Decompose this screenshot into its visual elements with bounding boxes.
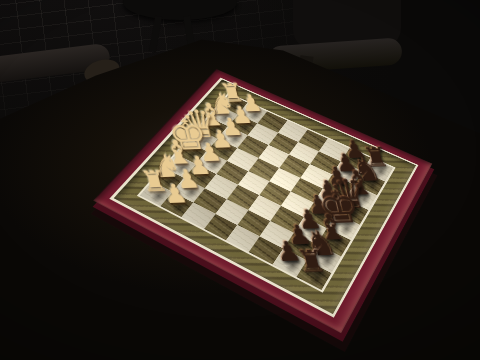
board-perspective-wrapper: ♜♞♝♚♛♝♞♜♟♟♟♟♟♟♟♟♟♟♟♟♟♟♟♟♜♞♝♚♛♝♞♜ xyxy=(0,0,480,360)
photo-scene: ♜♞♝♚♛♝♞♜♟♟♟♟♟♟♟♟♟♟♟♟♟♟♟♟♜♞♝♚♛♝♞♜ xyxy=(0,0,480,360)
chess-board: ♜♞♝♚♛♝♞♜♟♟♟♟♟♟♟♟♟♟♟♟♟♟♟♟♜♞♝♚♛♝♞♜ xyxy=(93,69,432,334)
